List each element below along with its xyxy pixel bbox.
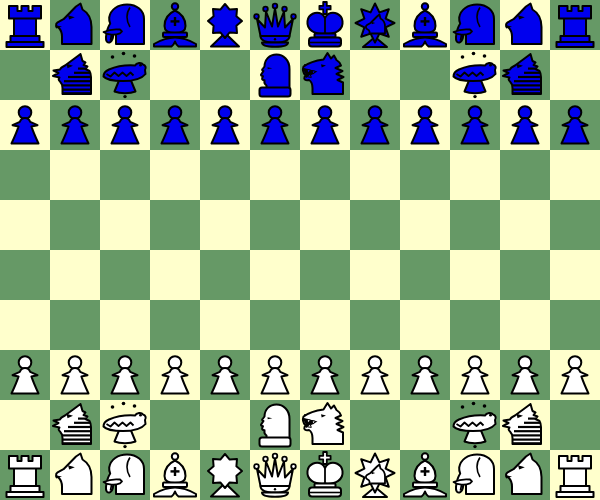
- piece-blue-wolf[interactable]: [300, 50, 350, 100]
- square-d1[interactable]: [150, 450, 200, 500]
- piece-blue-bishop[interactable]: [400, 0, 450, 50]
- piece-white-bishop[interactable]: [150, 450, 200, 500]
- square-g7[interactable]: [300, 150, 350, 200]
- square-l10[interactable]: [550, 0, 600, 50]
- square-g10[interactable]: [300, 0, 350, 50]
- square-j2[interactable]: [450, 400, 500, 450]
- square-i7[interactable]: [400, 150, 450, 200]
- piece-blue-pawn[interactable]: [0, 100, 50, 150]
- piece-white-pawn[interactable]: [150, 350, 200, 400]
- square-l1[interactable]: [550, 450, 600, 500]
- square-c1[interactable]: [100, 450, 150, 500]
- square-k2[interactable]: [500, 400, 550, 450]
- square-g2[interactable]: [300, 400, 350, 450]
- square-a10[interactable]: [0, 0, 50, 50]
- piece-white-zebra[interactable]: [50, 400, 100, 450]
- square-f7[interactable]: [250, 150, 300, 200]
- square-d2[interactable]: [150, 400, 200, 450]
- square-l6[interactable]: [550, 200, 600, 250]
- piece-blue-rook[interactable]: [0, 0, 50, 50]
- square-i6[interactable]: [400, 200, 450, 250]
- piece-blue-knight[interactable]: [500, 0, 550, 50]
- square-h3[interactable]: [350, 350, 400, 400]
- square-f1[interactable]: [250, 450, 300, 500]
- square-h2[interactable]: [350, 400, 400, 450]
- square-j9[interactable]: [450, 50, 500, 100]
- square-h7[interactable]: [350, 150, 400, 200]
- piece-white-pawn[interactable]: [350, 350, 400, 400]
- piece-blue-king[interactable]: [300, 0, 350, 50]
- piece-white-knight[interactable]: [50, 450, 100, 500]
- square-e5[interactable]: [200, 250, 250, 300]
- square-l2[interactable]: [550, 400, 600, 450]
- square-c4[interactable]: [100, 300, 150, 350]
- square-e10[interactable]: [200, 0, 250, 50]
- piece-white-elephant[interactable]: [450, 450, 500, 500]
- square-i2[interactable]: [400, 400, 450, 450]
- square-g8[interactable]: [300, 100, 350, 150]
- square-k8[interactable]: [500, 100, 550, 150]
- square-g5[interactable]: [300, 250, 350, 300]
- square-a1[interactable]: [0, 450, 50, 500]
- square-g4[interactable]: [300, 300, 350, 350]
- square-h4[interactable]: [350, 300, 400, 350]
- square-i10[interactable]: [400, 0, 450, 50]
- piece-blue-star[interactable]: [200, 0, 250, 50]
- square-a4[interactable]: [0, 300, 50, 350]
- piece-blue-pawn[interactable]: [450, 100, 500, 150]
- piece-blue-zebra[interactable]: [500, 50, 550, 100]
- piece-blue-pawn[interactable]: [500, 100, 550, 150]
- piece-white-pawn[interactable]: [400, 350, 450, 400]
- square-d6[interactable]: [150, 200, 200, 250]
- square-j10[interactable]: [450, 0, 500, 50]
- piece-blue-pawn[interactable]: [250, 100, 300, 150]
- piece-white-crocodile[interactable]: [450, 400, 500, 450]
- square-f10[interactable]: [250, 0, 300, 50]
- piece-white-bishop[interactable]: [400, 450, 450, 500]
- square-d3[interactable]: [150, 350, 200, 400]
- square-a6[interactable]: [0, 200, 50, 250]
- square-l4[interactable]: [550, 300, 600, 350]
- square-h6[interactable]: [350, 200, 400, 250]
- piece-blue-unicorn[interactable]: [350, 0, 400, 50]
- square-b10[interactable]: [50, 0, 100, 50]
- piece-white-pawn[interactable]: [550, 350, 600, 400]
- piece-blue-pawn[interactable]: [100, 100, 150, 150]
- square-e2[interactable]: [200, 400, 250, 450]
- square-h1[interactable]: [350, 450, 400, 500]
- piece-white-king[interactable]: [300, 450, 350, 500]
- piece-blue-knight[interactable]: [50, 0, 100, 50]
- piece-blue-pawn[interactable]: [200, 100, 250, 150]
- piece-white-pawn[interactable]: [250, 350, 300, 400]
- piece-blue-pawn[interactable]: [550, 100, 600, 150]
- piece-white-pawn[interactable]: [50, 350, 100, 400]
- square-b5[interactable]: [50, 250, 100, 300]
- piece-blue-crocodile[interactable]: [450, 50, 500, 100]
- square-j5[interactable]: [450, 250, 500, 300]
- square-j3[interactable]: [450, 350, 500, 400]
- square-c3[interactable]: [100, 350, 150, 400]
- square-e7[interactable]: [200, 150, 250, 200]
- piece-blue-pawn[interactable]: [50, 100, 100, 150]
- square-d7[interactable]: [150, 150, 200, 200]
- piece-white-pawn[interactable]: [300, 350, 350, 400]
- square-e6[interactable]: [200, 200, 250, 250]
- square-g1[interactable]: [300, 450, 350, 500]
- piece-white-queen[interactable]: [250, 450, 300, 500]
- piece-blue-zebra[interactable]: [50, 50, 100, 100]
- square-d10[interactable]: [150, 0, 200, 50]
- square-a9[interactable]: [0, 50, 50, 100]
- piece-white-unicorn[interactable]: [350, 450, 400, 500]
- square-l3[interactable]: [550, 350, 600, 400]
- square-a3[interactable]: [0, 350, 50, 400]
- square-d4[interactable]: [150, 300, 200, 350]
- square-i8[interactable]: [400, 100, 450, 150]
- square-a5[interactable]: [0, 250, 50, 300]
- piece-white-pawn[interactable]: [0, 350, 50, 400]
- square-k4[interactable]: [500, 300, 550, 350]
- square-k7[interactable]: [500, 150, 550, 200]
- square-d9[interactable]: [150, 50, 200, 100]
- piece-blue-pawn[interactable]: [150, 100, 200, 150]
- square-c9[interactable]: [100, 50, 150, 100]
- square-h10[interactable]: [350, 0, 400, 50]
- square-f6[interactable]: [250, 200, 300, 250]
- square-i1[interactable]: [400, 450, 450, 500]
- square-j6[interactable]: [450, 200, 500, 250]
- piece-blue-pawn[interactable]: [350, 100, 400, 150]
- square-f2[interactable]: [250, 400, 300, 450]
- piece-blue-elephant[interactable]: [100, 0, 150, 50]
- square-j8[interactable]: [450, 100, 500, 150]
- piece-white-wolf[interactable]: [300, 400, 350, 450]
- square-i9[interactable]: [400, 50, 450, 100]
- piece-blue-pawn[interactable]: [400, 100, 450, 150]
- square-j4[interactable]: [450, 300, 500, 350]
- piece-white-pawn[interactable]: [200, 350, 250, 400]
- piece-blue-man[interactable]: [250, 50, 300, 100]
- square-l8[interactable]: [550, 100, 600, 150]
- piece-white-pawn[interactable]: [100, 350, 150, 400]
- square-h9[interactable]: [350, 50, 400, 100]
- piece-white-zebra[interactable]: [500, 400, 550, 450]
- square-j7[interactable]: [450, 150, 500, 200]
- square-k10[interactable]: [500, 0, 550, 50]
- piece-white-knight[interactable]: [500, 450, 550, 500]
- square-g9[interactable]: [300, 50, 350, 100]
- square-a7[interactable]: [0, 150, 50, 200]
- square-c7[interactable]: [100, 150, 150, 200]
- square-d5[interactable]: [150, 250, 200, 300]
- square-a2[interactable]: [0, 400, 50, 450]
- square-k6[interactable]: [500, 200, 550, 250]
- square-k1[interactable]: [500, 450, 550, 500]
- square-l5[interactable]: [550, 250, 600, 300]
- square-c8[interactable]: [100, 100, 150, 150]
- square-b2[interactable]: [50, 400, 100, 450]
- square-f3[interactable]: [250, 350, 300, 400]
- piece-white-elephant[interactable]: [100, 450, 150, 500]
- square-d8[interactable]: [150, 100, 200, 150]
- square-g3[interactable]: [300, 350, 350, 400]
- square-f5[interactable]: [250, 250, 300, 300]
- square-h5[interactable]: [350, 250, 400, 300]
- square-i5[interactable]: [400, 250, 450, 300]
- square-h8[interactable]: [350, 100, 400, 150]
- board: [0, 0, 600, 500]
- piece-blue-bishop[interactable]: [150, 0, 200, 50]
- square-b6[interactable]: [50, 200, 100, 250]
- square-f8[interactable]: [250, 100, 300, 150]
- piece-white-rook[interactable]: [0, 450, 50, 500]
- piece-blue-queen[interactable]: [250, 0, 300, 50]
- square-b1[interactable]: [50, 450, 100, 500]
- square-i4[interactable]: [400, 300, 450, 350]
- piece-blue-elephant[interactable]: [450, 0, 500, 50]
- square-l9[interactable]: [550, 50, 600, 100]
- piece-white-pawn[interactable]: [500, 350, 550, 400]
- piece-blue-rook[interactable]: [550, 0, 600, 50]
- square-f9[interactable]: [250, 50, 300, 100]
- square-b7[interactable]: [50, 150, 100, 200]
- square-b8[interactable]: [50, 100, 100, 150]
- square-g6[interactable]: [300, 200, 350, 250]
- piece-white-pawn[interactable]: [450, 350, 500, 400]
- square-e8[interactable]: [200, 100, 250, 150]
- square-c5[interactable]: [100, 250, 150, 300]
- square-e3[interactable]: [200, 350, 250, 400]
- square-e1[interactable]: [200, 450, 250, 500]
- piece-white-man[interactable]: [250, 400, 300, 450]
- square-b3[interactable]: [50, 350, 100, 400]
- square-k5[interactable]: [500, 250, 550, 300]
- square-c10[interactable]: [100, 0, 150, 50]
- square-e9[interactable]: [200, 50, 250, 100]
- square-i3[interactable]: [400, 350, 450, 400]
- square-j1[interactable]: [450, 450, 500, 500]
- piece-white-rook[interactable]: [550, 450, 600, 500]
- piece-white-crocodile[interactable]: [100, 400, 150, 450]
- piece-white-star[interactable]: [200, 450, 250, 500]
- square-c6[interactable]: [100, 200, 150, 250]
- square-b4[interactable]: [50, 300, 100, 350]
- piece-blue-pawn[interactable]: [300, 100, 350, 150]
- square-f4[interactable]: [250, 300, 300, 350]
- square-a8[interactable]: [0, 100, 50, 150]
- square-e4[interactable]: [200, 300, 250, 350]
- square-k9[interactable]: [500, 50, 550, 100]
- square-b9[interactable]: [50, 50, 100, 100]
- square-l7[interactable]: [550, 150, 600, 200]
- square-k3[interactable]: [500, 350, 550, 400]
- square-c2[interactable]: [100, 400, 150, 450]
- piece-blue-crocodile[interactable]: [100, 50, 150, 100]
